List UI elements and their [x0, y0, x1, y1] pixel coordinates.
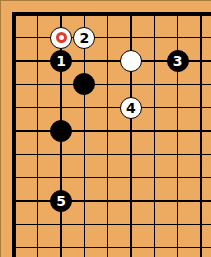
- circle-marker-icon: [56, 32, 67, 43]
- black-stone-move-1: 1: [50, 50, 72, 72]
- white-stone-move-2: 2: [73, 27, 95, 49]
- stone-grid: 21345: [3, 3, 211, 257]
- black-stone: [73, 73, 95, 95]
- black-stone-move-5: 5: [50, 190, 72, 212]
- white-stone-move-4: 4: [120, 97, 142, 119]
- black-stone-move-3: 3: [167, 50, 189, 72]
- black-stone: [50, 120, 72, 142]
- white-stone-marked: [50, 27, 72, 49]
- go-board-diagram: 21345: [0, 0, 211, 257]
- white-stone: [120, 50, 142, 72]
